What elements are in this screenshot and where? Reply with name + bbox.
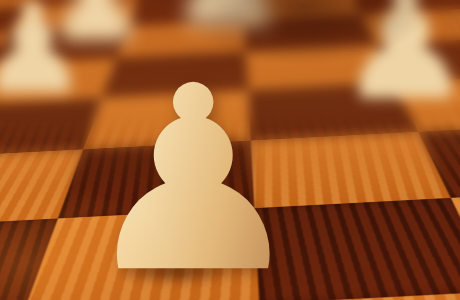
chess-photo-scene: ♟ ♟ ♟ ♟ ♟ <box>0 0 460 300</box>
white-pawn-foreground: ♟ <box>79 52 308 300</box>
white-pawn-background-4: ♟ <box>338 0 460 120</box>
